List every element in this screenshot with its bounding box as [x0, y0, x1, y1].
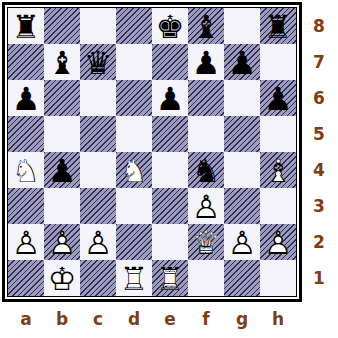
square-g2[interactable]: ♟♙ — [224, 224, 260, 260]
square-f5[interactable] — [188, 116, 224, 152]
piece-black-knight: ♞ — [188, 152, 224, 188]
square-e1[interactable]: ♜♖ — [152, 260, 188, 296]
file-label-a: a — [8, 303, 44, 335]
black-piece-glyph: ♟ — [44, 152, 80, 188]
file-label-e: e — [152, 303, 188, 335]
square-e3[interactable] — [152, 188, 188, 224]
square-c7[interactable]: ♛ — [80, 44, 116, 80]
square-e7[interactable] — [152, 44, 188, 80]
piece-black-pawn: ♟ — [44, 152, 80, 188]
square-f1[interactable] — [188, 260, 224, 296]
square-d5[interactable] — [116, 116, 152, 152]
square-g6[interactable] — [224, 80, 260, 116]
rank-label-3: 3 — [304, 188, 334, 224]
square-b2[interactable]: ♟♙ — [44, 224, 80, 260]
square-g4[interactable] — [224, 152, 260, 188]
piece-white-rook: ♜♖ — [116, 260, 152, 296]
square-e2[interactable] — [152, 224, 188, 260]
rank-label-5: 5 — [304, 116, 334, 152]
piece-white-pawn: ♟♙ — [224, 224, 260, 260]
piece-black-bishop: ♝ — [44, 44, 80, 80]
square-g5[interactable] — [224, 116, 260, 152]
square-a5[interactable] — [8, 116, 44, 152]
rank-label-8: 8 — [304, 8, 334, 44]
black-piece-glyph: ♜ — [260, 8, 296, 44]
square-f6[interactable] — [188, 80, 224, 116]
piece-black-pawn: ♟ — [224, 44, 260, 80]
square-c8[interactable] — [80, 8, 116, 44]
square-c1[interactable] — [80, 260, 116, 296]
square-d6[interactable] — [116, 80, 152, 116]
white-piece-outline-glyph: ♙ — [8, 224, 44, 260]
square-c4[interactable] — [80, 152, 116, 188]
black-piece-glyph: ♜ — [8, 8, 44, 44]
piece-white-queen: ♛♕ — [188, 224, 224, 260]
piece-white-pawn: ♟♙ — [260, 224, 296, 260]
rank-labels: 87654321 — [304, 8, 334, 296]
piece-white-pawn: ♟♙ — [44, 224, 80, 260]
square-e5[interactable] — [152, 116, 188, 152]
white-piece-outline-glyph: ♙ — [260, 224, 296, 260]
square-e4[interactable] — [152, 152, 188, 188]
square-h6[interactable]: ♟ — [260, 80, 296, 116]
piece-white-king: ♚♔ — [44, 260, 80, 296]
square-g7[interactable]: ♟ — [224, 44, 260, 80]
piece-black-rook: ♜ — [8, 8, 44, 44]
white-piece-outline-glyph: ♗ — [260, 152, 296, 188]
square-g1[interactable] — [224, 260, 260, 296]
piece-white-rook: ♜♖ — [152, 260, 188, 296]
black-piece-glyph: ♛ — [80, 44, 116, 80]
rank-label-4: 4 — [304, 152, 334, 188]
square-e8[interactable]: ♚ — [152, 8, 188, 44]
square-h7[interactable] — [260, 44, 296, 80]
square-c2[interactable]: ♟♙ — [80, 224, 116, 260]
piece-black-queen: ♛ — [80, 44, 116, 80]
file-label-g: g — [224, 303, 260, 335]
piece-white-knight: ♞♘ — [116, 152, 152, 188]
square-b8[interactable] — [44, 8, 80, 44]
square-f3[interactable]: ♟♙ — [188, 188, 224, 224]
square-f4[interactable]: ♞ — [188, 152, 224, 188]
file-label-b: b — [44, 303, 80, 335]
square-c5[interactable] — [80, 116, 116, 152]
square-a4[interactable]: ♞♘ — [8, 152, 44, 188]
white-piece-outline-glyph: ♙ — [44, 224, 80, 260]
piece-white-bishop: ♝♗ — [260, 152, 296, 188]
square-f8[interactable]: ♝ — [188, 8, 224, 44]
square-d4[interactable]: ♞♘ — [116, 152, 152, 188]
black-piece-glyph: ♚ — [152, 8, 188, 44]
square-b5[interactable] — [44, 116, 80, 152]
file-label-f: f — [188, 303, 224, 335]
black-piece-glyph: ♝ — [188, 8, 224, 44]
black-piece-glyph: ♟ — [224, 44, 260, 80]
square-h5[interactable] — [260, 116, 296, 152]
square-h4[interactable]: ♝♗ — [260, 152, 296, 188]
black-piece-glyph: ♟ — [260, 80, 296, 116]
piece-black-pawn: ♟ — [152, 80, 188, 116]
square-b4[interactable]: ♟ — [44, 152, 80, 188]
piece-black-bishop: ♝ — [188, 8, 224, 44]
square-b7[interactable]: ♝ — [44, 44, 80, 80]
square-a6[interactable]: ♟ — [8, 80, 44, 116]
black-piece-glyph: ♟ — [8, 80, 44, 116]
white-piece-outline-glyph: ♖ — [152, 260, 188, 296]
white-piece-outline-glyph: ♔ — [44, 260, 80, 296]
square-h8[interactable]: ♜ — [260, 8, 296, 44]
square-d3[interactable] — [116, 188, 152, 224]
square-a8[interactable]: ♜ — [8, 8, 44, 44]
chess-diagram: ♜♚♝♜♝♛♟♟♟♟♟♞♘♟♞♘♞♝♗♟♙♟♙♟♙♟♙♛♕♟♙♟♙♚♔♜♖♜♖ … — [0, 0, 338, 338]
square-f7[interactable]: ♟ — [188, 44, 224, 80]
file-labels: abcdefgh — [8, 303, 296, 335]
white-piece-outline-glyph: ♙ — [224, 224, 260, 260]
square-b3[interactable] — [44, 188, 80, 224]
square-d7[interactable] — [116, 44, 152, 80]
white-piece-outline-glyph: ♘ — [116, 152, 152, 188]
square-g3[interactable] — [224, 188, 260, 224]
square-h3[interactable] — [260, 188, 296, 224]
square-g8[interactable] — [224, 8, 260, 44]
square-h1[interactable] — [260, 260, 296, 296]
square-b1[interactable]: ♚♔ — [44, 260, 80, 296]
file-label-d: d — [116, 303, 152, 335]
white-piece-outline-glyph: ♘ — [8, 152, 44, 188]
square-d2[interactable] — [116, 224, 152, 260]
piece-white-pawn: ♟♙ — [8, 224, 44, 260]
white-piece-outline-glyph: ♖ — [116, 260, 152, 296]
white-piece-outline-glyph: ♙ — [188, 188, 224, 224]
square-a3[interactable] — [8, 188, 44, 224]
piece-white-knight: ♞♘ — [8, 152, 44, 188]
square-b6[interactable] — [44, 80, 80, 116]
file-label-c: c — [80, 303, 116, 335]
black-piece-glyph: ♝ — [44, 44, 80, 80]
piece-black-pawn: ♟ — [260, 80, 296, 116]
square-h2[interactable]: ♟♙ — [260, 224, 296, 260]
black-piece-glyph: ♞ — [188, 152, 224, 188]
rank-label-1: 1 — [304, 260, 334, 296]
chess-board: ♜♚♝♜♝♛♟♟♟♟♟♞♘♟♞♘♞♝♗♟♙♟♙♟♙♟♙♛♕♟♙♟♙♚♔♜♖♜♖ — [7, 7, 297, 297]
piece-black-king: ♚ — [152, 8, 188, 44]
chess-board-frame: ♜♚♝♜♝♛♟♟♟♟♟♞♘♟♞♘♞♝♗♟♙♟♙♟♙♟♙♛♕♟♙♟♙♚♔♜♖♜♖ — [2, 2, 302, 302]
piece-white-pawn: ♟♙ — [80, 224, 116, 260]
square-d8[interactable] — [116, 8, 152, 44]
square-f2[interactable]: ♛♕ — [188, 224, 224, 260]
black-piece-glyph: ♟ — [152, 80, 188, 116]
rank-label-2: 2 — [304, 224, 334, 260]
square-a2[interactable]: ♟♙ — [8, 224, 44, 260]
square-d1[interactable]: ♜♖ — [116, 260, 152, 296]
rank-label-7: 7 — [304, 44, 334, 80]
square-c6[interactable] — [80, 80, 116, 116]
white-piece-outline-glyph: ♙ — [80, 224, 116, 260]
black-piece-glyph: ♟ — [188, 44, 224, 80]
square-e6[interactable]: ♟ — [152, 80, 188, 116]
piece-black-pawn: ♟ — [188, 44, 224, 80]
piece-white-pawn: ♟♙ — [188, 188, 224, 224]
square-a1[interactable] — [8, 260, 44, 296]
file-label-h: h — [260, 303, 296, 335]
piece-black-rook: ♜ — [260, 8, 296, 44]
white-piece-outline-glyph: ♕ — [188, 224, 224, 260]
square-c3[interactable] — [80, 188, 116, 224]
square-a7[interactable] — [8, 44, 44, 80]
rank-label-6: 6 — [304, 80, 334, 116]
piece-black-pawn: ♟ — [8, 80, 44, 116]
